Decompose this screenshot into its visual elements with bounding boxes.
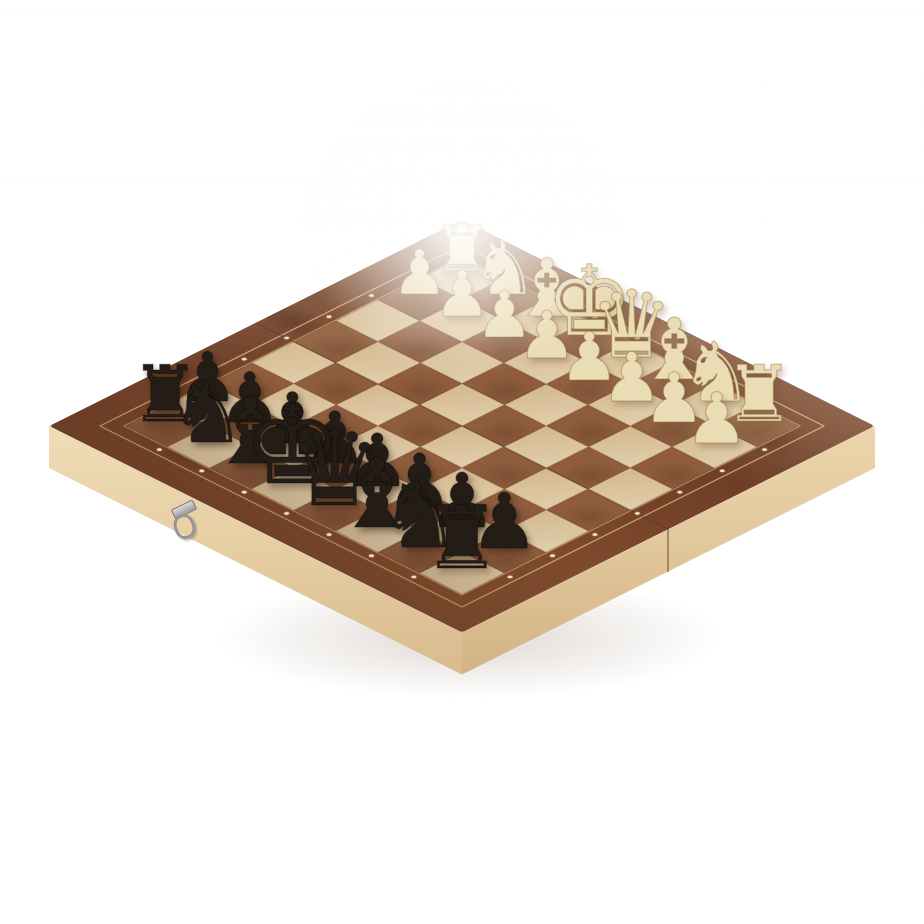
metal-clasp [164, 498, 206, 550]
fold-seam [667, 529, 669, 572]
chess-set-scene: ♜♞♝♛♚♝♞♜♟♟♟♟♟♟♟♟♟♟♟♟♟♟♟♟♜♞♝♛♚♝♞♜ [0, 0, 924, 924]
product-photo-canvas: ♜♞♝♛♚♝♞♜♟♟♟♟♟♟♟♟♟♟♟♟♟♟♟♟♜♞♝♛♚♝♞♜ [0, 0, 924, 924]
overexposure-band [0, 0, 924, 240]
piece-white-pawn[interactable]: ♟ [685, 384, 748, 455]
piece-black-rook[interactable]: ♜ [423, 496, 501, 583]
